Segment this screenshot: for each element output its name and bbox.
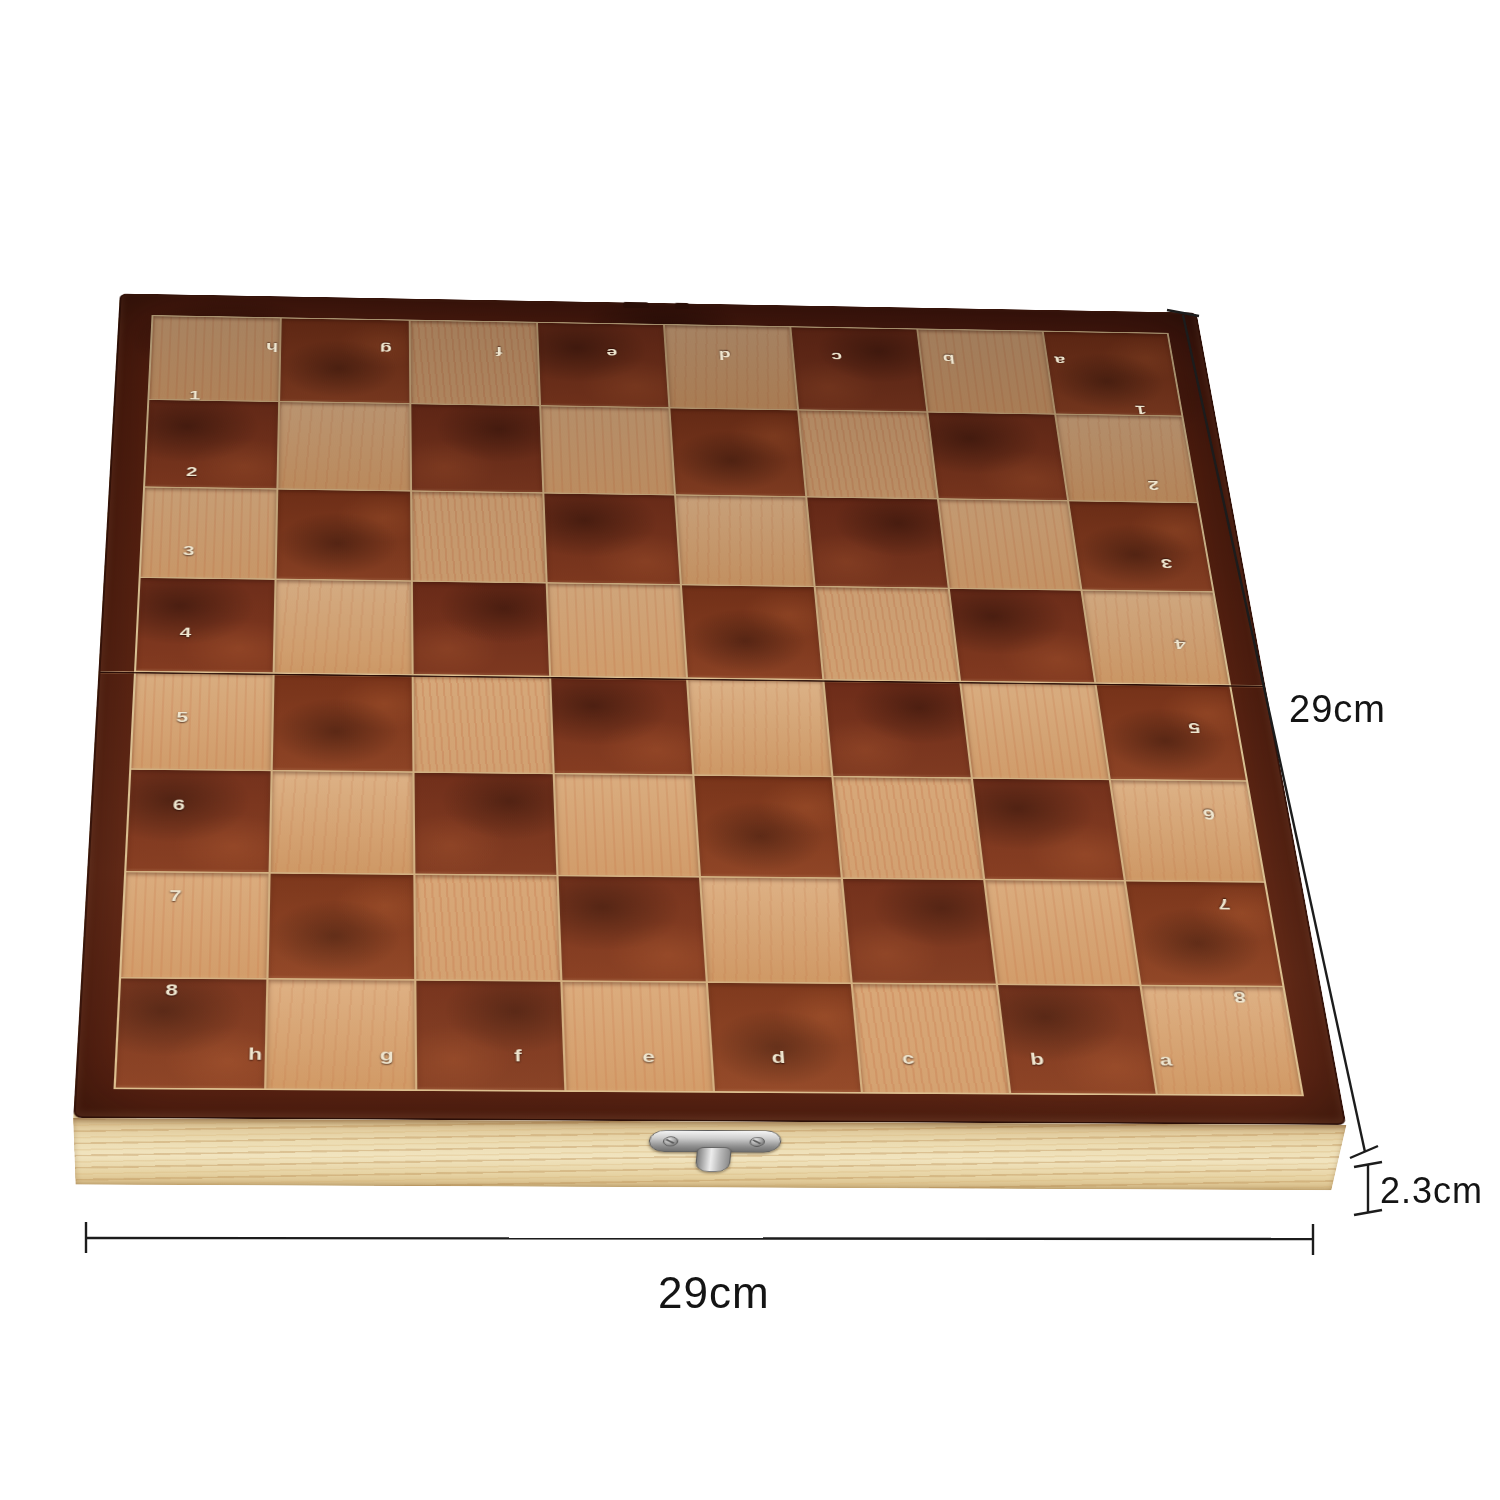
square-d4 <box>682 585 823 679</box>
rank-label-left-2: 2 <box>186 464 198 478</box>
rank-label-right-4: 4 <box>1172 637 1186 651</box>
square-c1 <box>792 327 926 411</box>
square-d1 <box>665 325 797 409</box>
square-h6 <box>126 770 271 872</box>
square-g8 <box>267 979 415 1089</box>
square-g1 <box>280 318 409 403</box>
square-c3 <box>807 497 947 587</box>
square-d6 <box>694 776 841 877</box>
rank-label-right-6: 6 <box>1201 806 1216 821</box>
product-photo-scene: hhggffeeddccbbaa1122334455667788 29cm 2.… <box>0 0 1500 1500</box>
rank-label-left-7: 7 <box>169 886 183 902</box>
square-h1 <box>149 316 280 401</box>
square-a2 <box>1056 415 1197 502</box>
file-label-bottom-d: d <box>771 1048 787 1065</box>
square-a5 <box>1096 684 1246 781</box>
square-f8 <box>416 981 564 1091</box>
width-dimension-label: 29cm <box>658 1271 770 1315</box>
board-top-face: hhggffeeddccbbaa1122334455667788 <box>73 294 1346 1126</box>
square-d3 <box>676 495 814 585</box>
rank-label-left-5: 5 <box>176 708 189 723</box>
square-c5 <box>825 680 971 777</box>
square-b1 <box>918 330 1054 414</box>
rank-label-left-1: 1 <box>189 388 201 401</box>
rank-label-right-2: 2 <box>1146 478 1160 492</box>
file-label-top-f: f <box>495 344 502 357</box>
square-g2 <box>279 402 410 490</box>
square-a8 <box>1141 986 1301 1095</box>
square-g7 <box>269 873 414 979</box>
square-b2 <box>928 413 1067 500</box>
square-h8 <box>116 978 267 1088</box>
clasp-knob <box>695 1147 732 1172</box>
hinge-notch <box>623 302 649 308</box>
square-e3 <box>544 493 680 584</box>
rank-label-left-3: 3 <box>183 543 196 557</box>
square-d7 <box>701 877 851 982</box>
dimension-line-width <box>86 1238 1313 1239</box>
square-f6 <box>414 773 556 874</box>
square-a7 <box>1126 881 1283 985</box>
square-g6 <box>271 771 413 873</box>
square-f2 <box>411 404 542 492</box>
dimension-cap-depth-bottom <box>1350 1146 1378 1158</box>
rank-label-left-6: 6 <box>172 796 185 812</box>
rank-label-right-5: 5 <box>1186 720 1201 735</box>
square-b8 <box>998 985 1156 1094</box>
rank-label-right-3: 3 <box>1159 556 1173 570</box>
square-f4 <box>412 582 548 676</box>
chess-grid <box>113 315 1304 1096</box>
square-h3 <box>141 487 277 578</box>
square-f3 <box>412 491 546 582</box>
rank-label-left-8: 8 <box>165 980 179 997</box>
square-e6 <box>555 774 699 875</box>
square-a3 <box>1069 501 1213 591</box>
file-label-top-h: h <box>265 341 278 354</box>
square-e2 <box>541 407 674 494</box>
square-b3 <box>938 499 1080 589</box>
square-b7 <box>985 880 1139 985</box>
square-a4 <box>1082 591 1229 684</box>
file-label-bottom-g: g <box>380 1045 395 1062</box>
square-e8 <box>562 982 713 1091</box>
dimension-cap-thickness-top <box>1354 1162 1382 1167</box>
square-g3 <box>277 489 411 580</box>
hinge-notch <box>674 303 689 309</box>
square-c8 <box>853 984 1008 1093</box>
square-h4 <box>136 578 275 672</box>
square-h5 <box>131 672 273 770</box>
dimension-cap-thickness-bottom <box>1354 1210 1382 1215</box>
square-f1 <box>410 321 539 406</box>
file-label-bottom-a: a <box>1158 1050 1173 1067</box>
square-c6 <box>834 777 983 878</box>
square-b5 <box>961 682 1109 779</box>
folding-chess-board: hhggffeeddccbbaa1122334455667788 <box>73 294 1346 1126</box>
square-c7 <box>843 879 995 984</box>
rank-label-right-1: 1 <box>1133 403 1146 416</box>
square-e4 <box>547 583 686 677</box>
file-label-bottom-f: f <box>514 1046 523 1063</box>
file-label-bottom-e: e <box>642 1047 656 1064</box>
square-c2 <box>799 411 936 498</box>
square-b4 <box>949 589 1094 682</box>
rank-label-left-4: 4 <box>179 624 192 639</box>
rank-label-right-7: 7 <box>1216 896 1231 912</box>
square-c4 <box>816 587 959 681</box>
square-g5 <box>273 674 412 772</box>
board-side-edge-front <box>73 1118 1346 1190</box>
file-label-bottom-c: c <box>901 1049 916 1066</box>
file-label-top-c: c <box>830 350 843 363</box>
square-e7 <box>558 876 705 981</box>
square-e5 <box>551 677 692 774</box>
metal-clasp <box>646 1130 780 1173</box>
file-label-top-a: a <box>1053 354 1066 367</box>
file-label-top-e: e <box>605 346 617 359</box>
square-e1 <box>538 323 669 407</box>
rank-label-right-8: 8 <box>1231 988 1246 1005</box>
square-f7 <box>415 875 560 980</box>
file-label-bottom-b: b <box>1029 1049 1045 1066</box>
square-h2 <box>145 400 278 488</box>
file-label-top-g: g <box>379 342 392 355</box>
square-g4 <box>275 580 411 674</box>
coordinate-labels: hhggffeeddccbbaa1122334455667788 <box>122 295 1195 314</box>
square-d2 <box>670 409 805 496</box>
square-b6 <box>972 779 1123 880</box>
file-label-top-b: b <box>941 352 955 365</box>
square-h7 <box>121 872 269 978</box>
file-label-top-d: d <box>717 348 730 361</box>
square-d8 <box>708 983 861 1092</box>
square-a1 <box>1043 332 1181 416</box>
square-d5 <box>688 679 832 776</box>
depth-dimension-label: 29cm <box>1289 690 1386 728</box>
square-f5 <box>413 675 552 773</box>
square-a6 <box>1111 780 1264 880</box>
thickness-dimension-label: 2.3cm <box>1380 1173 1483 1209</box>
file-label-bottom-h: h <box>248 1044 263 1061</box>
